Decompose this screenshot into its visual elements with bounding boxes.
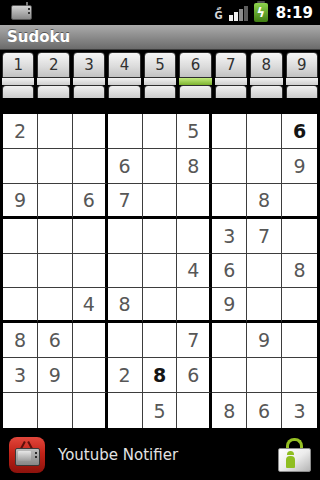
sudoku-cell-r6c9[interactable] [282,288,317,323]
sudoku-cell-r3c4[interactable]: 7 [108,184,143,219]
secondary-button[interactable] [2,85,34,98]
sudoku-cell-r1c5[interactable] [143,114,178,149]
sudoku-cell-r5c6[interactable]: 4 [177,254,212,289]
signal-strength-icon [229,5,248,21]
signal-bar [229,15,233,21]
sudoku-cell-r5c9[interactable]: 8 [282,254,317,289]
number-button-9[interactable]: 9 [286,52,318,78]
clock-time: 8:19 [276,4,313,22]
sudoku-cell-r4c5[interactable] [143,219,178,254]
number-button-1[interactable]: 1 [2,52,34,78]
number-button-8[interactable]: 8 [250,52,282,78]
sudoku-cell-r9c1[interactable] [3,393,38,428]
app-title-bar: Sudoku [0,25,320,50]
number-indicator [286,78,318,85]
tv-body-icon [15,448,40,466]
sudoku-cell-r3c3[interactable]: 6 [73,184,108,219]
signal-bar [239,9,243,21]
secondary-button[interactable] [215,85,247,98]
sudoku-cell-r1c1[interactable]: 2 [3,114,38,149]
spacer [0,98,320,112]
sudoku-cell-r4c8[interactable]: 7 [247,219,282,254]
number-indicator [250,78,282,85]
sudoku-cell-r2c1[interactable] [3,149,38,184]
sudoku-cell-r9c5[interactable]: 5 [143,393,178,428]
selection-indicator-row [2,78,318,85]
sudoku-cell-r8c2[interactable]: 9 [38,358,73,393]
sudoku-cell-r1c3[interactable] [73,114,108,149]
sudoku-cell-r6c3[interactable]: 4 [73,288,108,323]
sudoku-cell-r3c1[interactable]: 9 [3,184,38,219]
sudoku-cell-r2c3[interactable] [73,149,108,184]
secondary-button[interactable] [37,85,69,98]
number-indicator [2,78,34,85]
sudoku-cell-r1c9[interactable]: 6 [282,114,317,149]
sudoku-cell-r2c8[interactable] [247,149,282,184]
notification-bar[interactable]: Youtube Notifier [0,430,320,480]
battery-charging-icon: ϟ [254,3,268,22]
sudoku-cell-r5c5[interactable] [143,254,178,289]
number-button-2[interactable]: 2 [37,52,69,78]
sudoku-cell-r2c2[interactable] [38,149,73,184]
sudoku-cell-r9c6[interactable] [177,393,212,428]
sudoku-cell-r2c9[interactable]: 9 [282,149,317,184]
tv-notification-icon [11,5,32,20]
sudoku-cell-r9c8[interactable]: 6 [247,393,282,428]
sudoku-cell-r3c7[interactable] [212,184,247,219]
sudoku-cell-r9c4[interactable] [108,393,143,428]
sudoku-cell-r8c9[interactable] [282,358,317,393]
sudoku-cell-r5c7[interactable]: 6 [212,254,247,289]
sudoku-cell-r9c2[interactable] [38,393,73,428]
number-button-7[interactable]: 7 [215,52,247,78]
sudoku-cell-r7c6[interactable]: 7 [177,323,212,358]
bag-body-icon [278,448,311,472]
sudoku-cell-r7c3[interactable] [73,323,108,358]
gprs-data-icon: ▴▾ G [214,5,222,21]
sudoku-cell-r3c8[interactable]: 8 [247,184,282,219]
number-button-4[interactable]: 4 [108,52,140,78]
sudoku-cell-r7c5[interactable] [143,323,178,358]
sudoku-cell-r8c4[interactable]: 2 [108,358,143,393]
number-button-3[interactable]: 3 [73,52,105,78]
sudoku-cell-r8c1[interactable]: 3 [3,358,38,393]
number-indicator [108,78,140,85]
sudoku-cell-r3c6[interactable] [177,184,212,219]
sudoku-cell-r7c2[interactable]: 6 [38,323,73,358]
sudoku-cell-r5c8[interactable] [247,254,282,289]
sudoku-cell-r5c4[interactable] [108,254,143,289]
sudoku-cell-r2c6[interactable]: 8 [177,149,212,184]
sudoku-cell-r3c9[interactable] [282,184,317,219]
number-indicator [144,78,176,85]
number-indicator [215,78,247,85]
sudoku-cell-r4c6[interactable] [177,219,212,254]
sudoku-cell-r8c3[interactable] [73,358,108,393]
sudoku-cell-r3c5[interactable] [143,184,178,219]
number-pad: 123456789 [0,50,320,98]
sudoku-cell-r8c7[interactable] [212,358,247,393]
secondary-button[interactable] [286,85,318,98]
status-bar[interactable]: ▴▾ G ϟ 8:19 [0,0,320,25]
status-bar-right: ▴▾ G ϟ 8:19 [214,3,315,22]
sudoku-cell-r5c1[interactable] [3,254,38,289]
sudoku-cell-r1c2[interactable] [38,114,73,149]
sudoku-cell-r8c8[interactable] [247,358,282,393]
android-robot-icon [286,456,295,468]
sudoku-cell-r4c2[interactable] [38,219,73,254]
number-button-5[interactable]: 5 [144,52,176,78]
sudoku-cell-r7c1[interactable]: 8 [3,323,38,358]
secondary-button[interactable] [250,85,282,98]
secondary-button-row [2,85,318,98]
secondary-button[interactable] [144,85,176,98]
sudoku-cell-r6c1[interactable] [3,288,38,323]
sudoku-cell-r6c2[interactable] [38,288,73,323]
network-type-label: G [214,11,222,21]
sudoku-cell-r2c4[interactable]: 6 [108,149,143,184]
sudoku-cell-r1c4[interactable] [108,114,143,149]
sudoku-cell-r4c1[interactable] [3,219,38,254]
sudoku-cell-r7c4[interactable] [108,323,143,358]
sudoku-cell-r7c7[interactable] [212,323,247,358]
sudoku-cell-r4c4[interactable] [108,219,143,254]
sudoku-cell-r4c7[interactable]: 3 [212,219,247,254]
sudoku-cell-r4c3[interactable] [73,219,108,254]
secondary-button[interactable] [179,85,211,98]
sudoku-cell-r9c7[interactable]: 8 [212,393,247,428]
sudoku-cell-r5c3[interactable] [73,254,108,289]
sudoku-cell-r8c6[interactable]: 6 [177,358,212,393]
sudoku-cell-r6c5[interactable] [143,288,178,323]
page-title: Sudoku [7,28,70,46]
signal-bar [244,6,248,21]
sudoku-cell-r9c9[interactable]: 3 [282,393,317,428]
sudoku-cell-r6c7[interactable]: 9 [212,288,247,323]
tv-screen-icon [18,451,31,461]
sudoku-cell-r7c9[interactable] [282,323,317,358]
phone-screen: ▴▾ G ϟ 8:19 Sudoku 123456789 25668996783… [0,0,320,480]
sudoku-cell-r4c9[interactable] [282,219,317,254]
sudoku-cell-r5c2[interactable] [38,254,73,289]
sudoku-cell-r6c6[interactable] [177,288,212,323]
sudoku-cell-r9c3[interactable] [73,393,108,428]
number-tabs: 123456789 [2,52,318,78]
sudoku-cell-r8c5[interactable]: 8 [143,358,178,393]
secondary-button[interactable] [108,85,140,98]
notification-label: Youtube Notifier [58,446,178,464]
sudoku-cell-r7c8[interactable]: 9 [247,323,282,358]
android-market-icon[interactable] [278,438,311,472]
youtube-notifier-icon [9,437,45,473]
number-button-6[interactable]: 6 [179,52,211,78]
signal-bar [234,12,238,21]
number-indicator [73,78,105,85]
sudoku-cell-r6c4[interactable]: 8 [108,288,143,323]
sudoku-cell-r1c6[interactable]: 5 [177,114,212,149]
sudoku-cell-r3c2[interactable] [38,184,73,219]
sudoku-cell-r1c8[interactable] [247,114,282,149]
number-indicator [37,78,69,85]
sudoku-cell-r2c7[interactable] [212,149,247,184]
sudoku-cell-r2c5[interactable] [143,149,178,184]
selected-number-indicator [179,78,211,85]
lightning-bolt-icon: ϟ [256,6,265,19]
secondary-button[interactable] [73,85,105,98]
sudoku-cell-r6c8[interactable] [247,288,282,323]
sudoku-cell-r1c7[interactable] [212,114,247,149]
sudoku-board: 2566899678374684898679392865863 [1,112,319,430]
